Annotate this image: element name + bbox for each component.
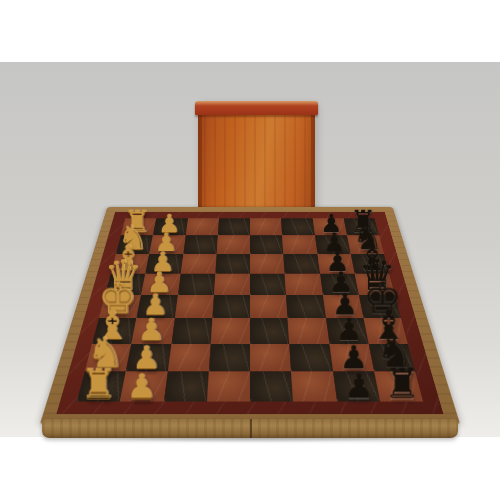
square-f5[interactable] (250, 318, 289, 343)
square-c6[interactable] (284, 254, 320, 274)
square-b3[interactable] (183, 235, 218, 253)
square-g3[interactable] (167, 344, 210, 372)
square-h4[interactable] (207, 371, 250, 401)
square-a5[interactable] (250, 218, 282, 235)
square-b5[interactable] (250, 235, 284, 253)
square-a3[interactable] (185, 218, 218, 235)
square-g5[interactable] (250, 344, 291, 372)
board-front-edge (42, 419, 458, 438)
chess-board: ♜♟♟♜♞♟♟♞♝♟♟♝♛♟♟♛♚♟♟♚♝♟♟♝♞♟♟♞♜♟♟♜ (40, 207, 460, 424)
photo-stage: ♜♟♟♜♞♟♟♞♝♟♟♝♛♟♟♛♚♟♟♚♝♟♟♝♞♟♟♞♜♟♟♜ (0, 0, 500, 500)
square-c3[interactable] (180, 254, 216, 274)
white-pawn[interactable]: ♟ (120, 358, 163, 401)
square-h5[interactable] (250, 371, 293, 401)
square-f4[interactable] (211, 318, 250, 343)
black-rook[interactable]: ♜ (380, 358, 423, 401)
square-e6[interactable] (286, 295, 325, 318)
square-e3[interactable] (174, 295, 213, 318)
square-c4[interactable] (215, 254, 250, 274)
square-h6[interactable] (291, 371, 336, 401)
board-hinge-seam (250, 419, 252, 438)
square-g4[interactable] (209, 344, 250, 372)
square-h3[interactable] (163, 371, 208, 401)
square-b6[interactable] (282, 235, 317, 253)
black-pawn[interactable]: ♟ (337, 358, 380, 401)
square-e5[interactable] (250, 295, 288, 318)
square-a4[interactable] (218, 218, 250, 235)
square-c5[interactable] (250, 254, 285, 274)
square-a6[interactable] (281, 218, 314, 235)
square-b4[interactable] (216, 235, 250, 253)
square-f6[interactable] (288, 318, 329, 343)
white-rook[interactable]: ♜ (77, 358, 120, 401)
square-g6[interactable] (289, 344, 332, 372)
square-f3[interactable] (171, 318, 212, 343)
square-e4[interactable] (212, 295, 250, 318)
